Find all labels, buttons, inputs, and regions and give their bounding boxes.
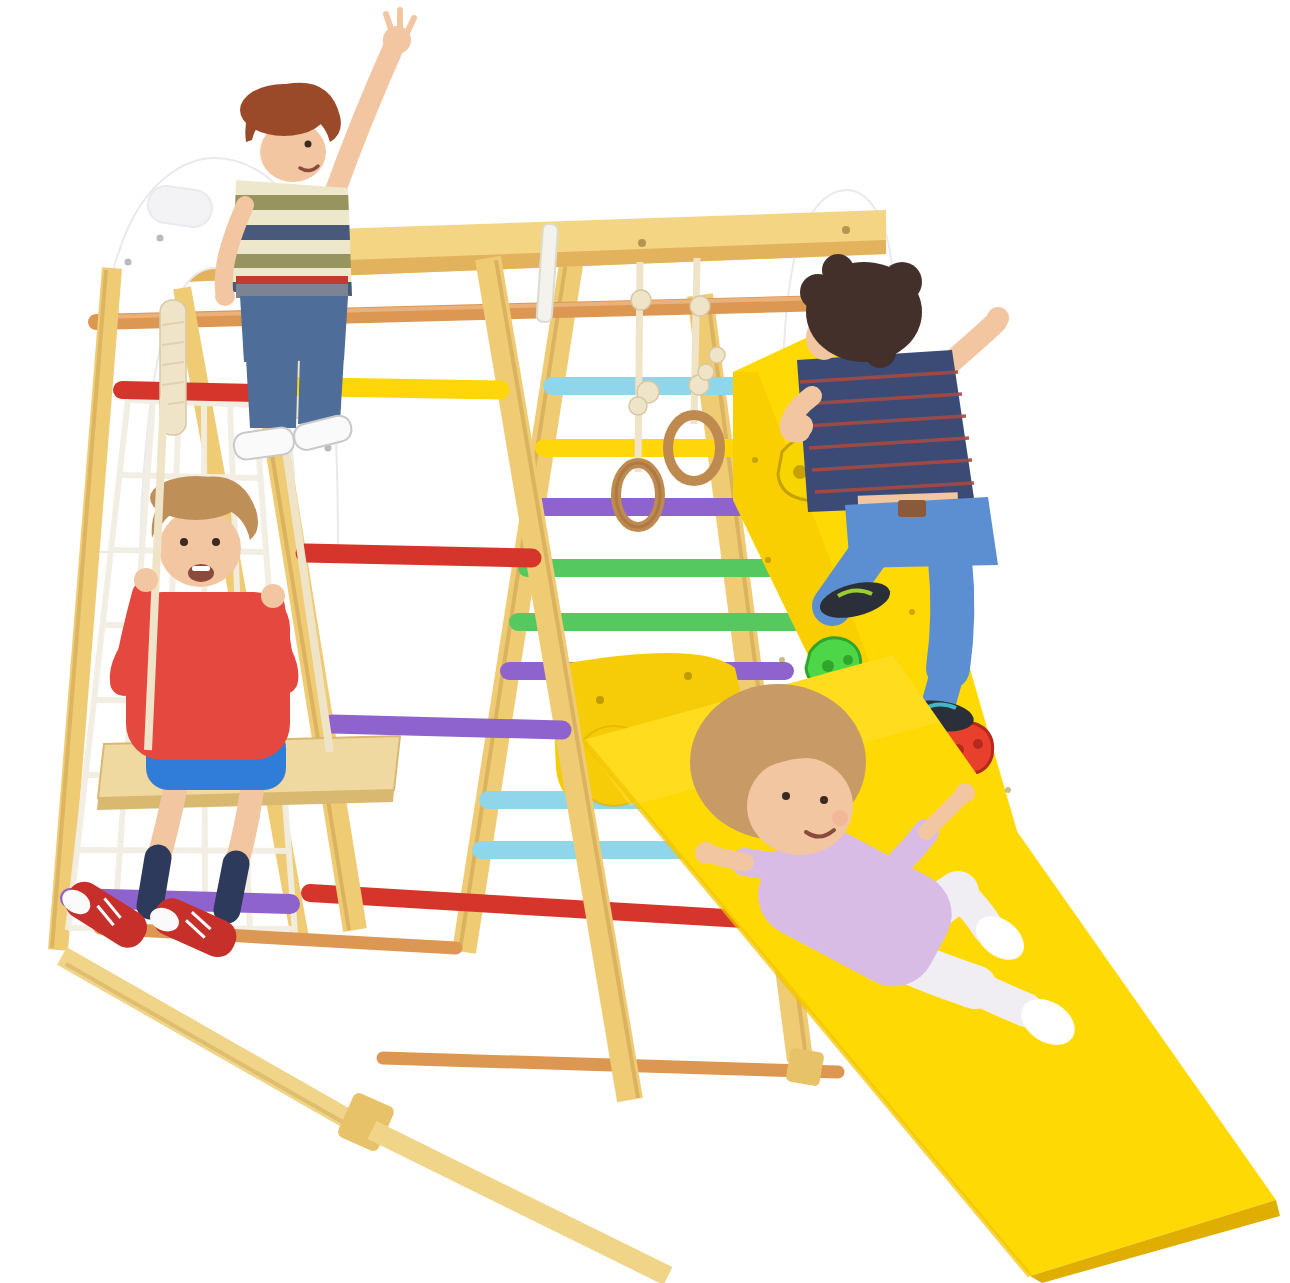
hand — [261, 584, 285, 608]
foot-block — [785, 1047, 824, 1086]
jeans-patch — [898, 500, 926, 517]
product-photo — [0, 0, 1290, 1283]
beam-screw — [842, 226, 850, 234]
beam-screw — [638, 239, 646, 247]
waistband-stripe — [236, 276, 348, 284]
hand — [134, 568, 158, 592]
waistband — [236, 284, 348, 298]
playset-scene — [0, 0, 1290, 1283]
cheek — [832, 810, 848, 826]
fingers — [386, 10, 414, 33]
jeans-leg — [298, 356, 344, 424]
top-boy-head — [240, 83, 341, 182]
jeans-leg — [246, 358, 298, 428]
monkey-rail — [96, 297, 866, 322]
